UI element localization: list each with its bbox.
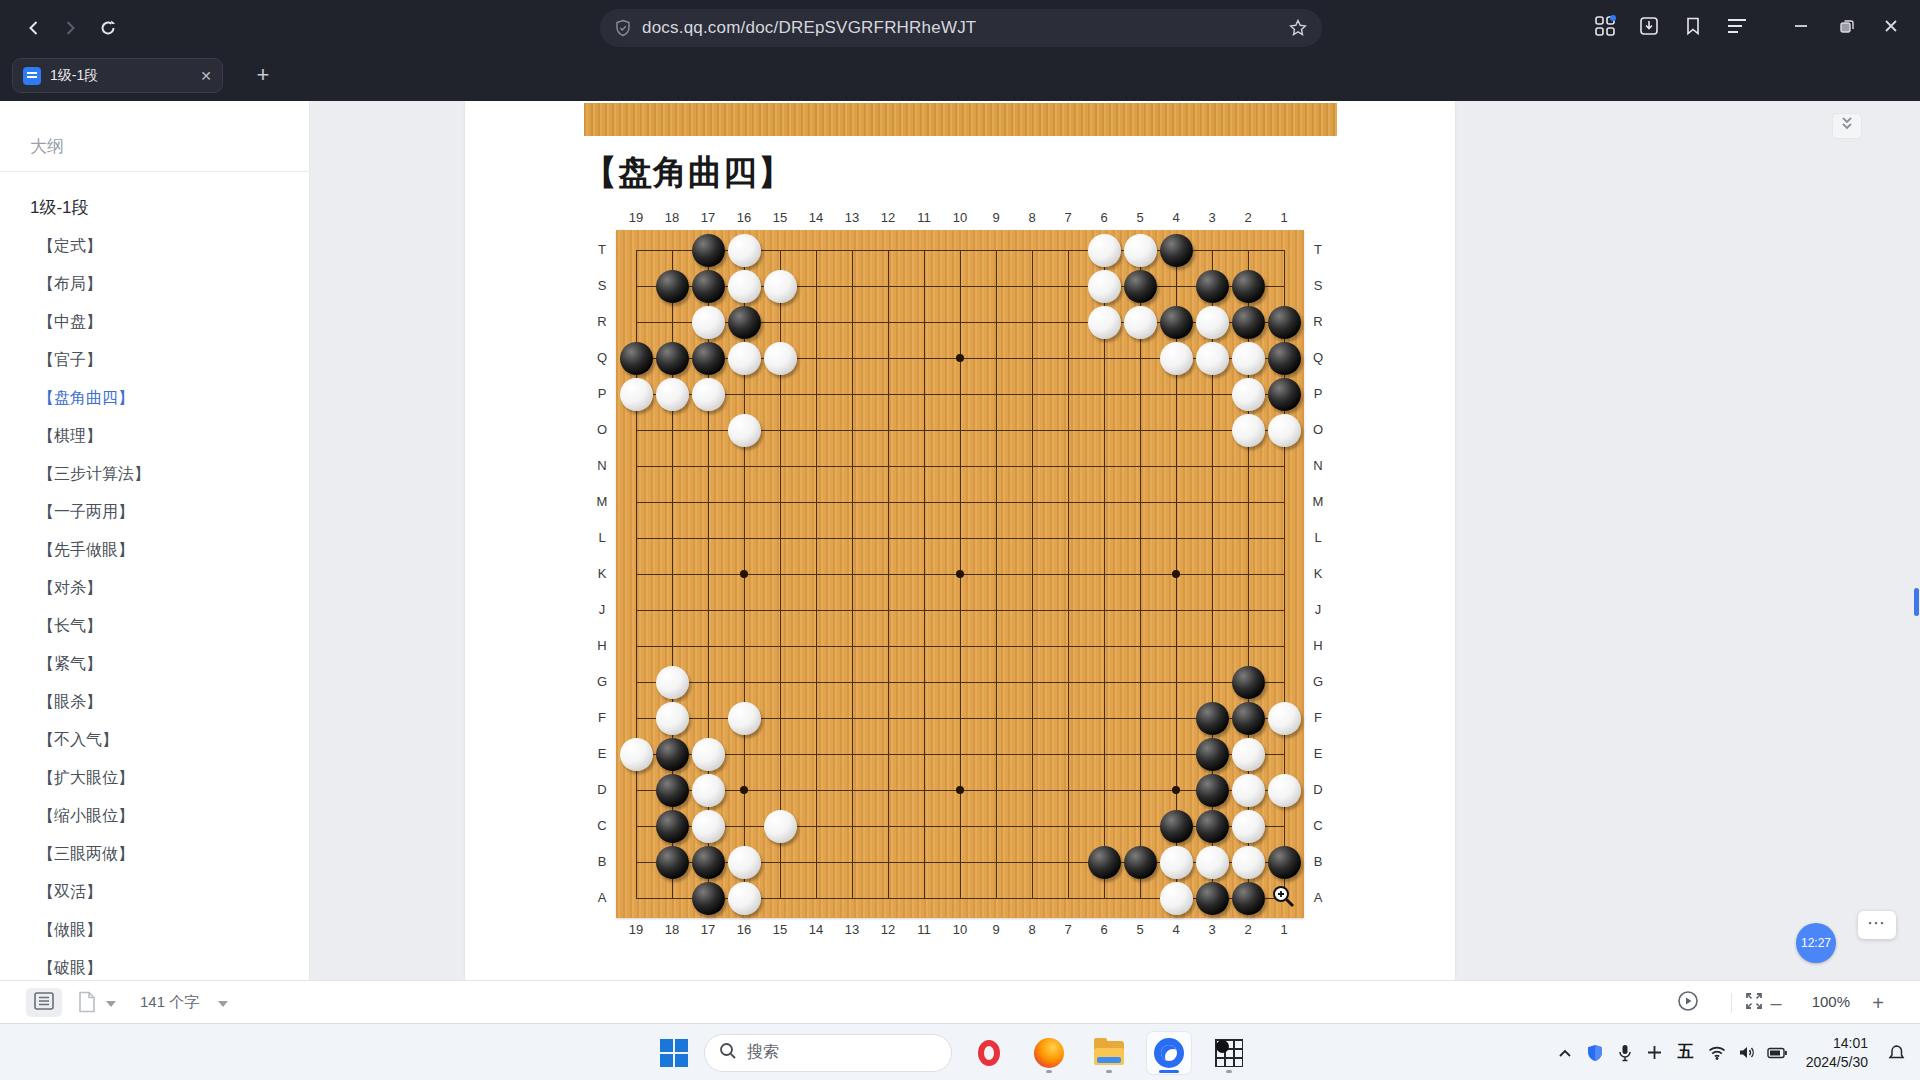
board-cell	[870, 556, 906, 592]
board-row-labels-right: TSRQPONMLKJHGFEDCBA	[1306, 232, 1330, 916]
board-cell	[1014, 268, 1050, 304]
board-cell	[618, 664, 654, 700]
clock-time: 14:01	[1806, 1034, 1868, 1052]
board-cell	[870, 808, 906, 844]
board-coordinate-label: 11	[906, 208, 942, 228]
board-cell	[1122, 484, 1158, 520]
board-cell	[1014, 880, 1050, 916]
tab-current[interactable]: 1级-1段 ✕	[12, 58, 223, 93]
active-app-indicator	[1159, 1070, 1179, 1073]
taskbar-app-firefox[interactable]	[1026, 1031, 1072, 1075]
board-coordinate-label: B	[590, 844, 614, 880]
black-stone	[1124, 846, 1157, 879]
board-cell	[1086, 304, 1122, 340]
taskbar-search[interactable]: 搜索	[704, 1034, 952, 1072]
white-stone	[1268, 414, 1301, 447]
board-cell	[726, 556, 762, 592]
board-coordinate-label: 4	[1158, 208, 1194, 228]
board-cell	[1158, 484, 1194, 520]
board-cell	[1158, 556, 1194, 592]
board-cell	[1194, 592, 1230, 628]
board-cell	[942, 592, 978, 628]
outline-item[interactable]: 【布局】	[0, 265, 310, 303]
board-cell	[1086, 556, 1122, 592]
board-coordinate-label: N	[590, 448, 614, 484]
board-cell	[762, 268, 798, 304]
board-cell	[870, 592, 906, 628]
address-bar[interactable]: docs.qq.com/doc/DREpSVGRFRHRheWJT	[600, 9, 1322, 47]
board-cell	[942, 844, 978, 880]
bookmarks-button[interactable]	[1676, 12, 1710, 44]
board-cell	[870, 844, 906, 880]
tab-title: 1级-1段	[50, 67, 194, 85]
star-point	[740, 570, 748, 578]
board-cell	[942, 484, 978, 520]
collaborator-avatar[interactable]: 12:27	[1796, 923, 1836, 963]
board-cell	[1050, 664, 1086, 700]
outline-item[interactable]: 【对杀】	[0, 569, 310, 607]
board-cell	[1230, 484, 1266, 520]
board-cell	[978, 556, 1014, 592]
close-button[interactable]	[1874, 12, 1908, 44]
white-stone	[656, 702, 689, 735]
board-cell	[1230, 808, 1266, 844]
board-cell	[1194, 700, 1230, 736]
board-cell	[1230, 268, 1266, 304]
board-column-labels-bottom: 19181716151413121110987654321	[618, 920, 1302, 940]
board-cell	[834, 628, 870, 664]
board-cell	[978, 700, 1014, 736]
black-stone	[1160, 234, 1193, 267]
outline-item[interactable]: 【做眼】	[0, 911, 310, 949]
board-cell	[654, 412, 690, 448]
board-cell	[1086, 268, 1122, 304]
board-coordinate-label: 14	[798, 920, 834, 940]
hidden-icons-button[interactable]	[1550, 1048, 1580, 1058]
taskbar-app-file-explorer[interactable]	[1086, 1031, 1132, 1075]
document-content-area: 【盘角曲四】 19181716151413121110987654321 TSR…	[310, 101, 1920, 980]
star-point	[956, 570, 964, 578]
board-cell	[978, 844, 1014, 880]
black-stone	[1124, 270, 1157, 303]
board-cell	[942, 412, 978, 448]
main-area: 大纲 1级-1段【定式】【布局】【中盘】【官子】【盘角曲四】【棋理】【三步计算法…	[0, 101, 1920, 980]
restore-button[interactable]	[1830, 12, 1864, 44]
page-view-button[interactable]	[78, 991, 96, 1017]
page-view-caret-icon[interactable]	[106, 1001, 116, 1007]
board-cell	[1050, 628, 1086, 664]
board-cell	[834, 304, 870, 340]
back-button[interactable]	[18, 12, 50, 44]
refresh-button[interactable]	[92, 12, 124, 44]
board-cell	[798, 772, 834, 808]
board-cell	[1266, 340, 1302, 376]
board-coordinate-label: 1	[1266, 208, 1302, 228]
board-cell	[1194, 304, 1230, 340]
word-count[interactable]: 141 个字	[140, 993, 199, 1012]
white-stone	[728, 846, 761, 879]
board-cell	[1122, 736, 1158, 772]
download-icon	[1638, 15, 1660, 41]
board-cell	[870, 880, 906, 916]
white-stone	[1268, 774, 1301, 807]
board-cell	[870, 268, 906, 304]
board-cell	[870, 376, 906, 412]
board-cell	[1194, 376, 1230, 412]
apps-grid-button[interactable]	[1588, 12, 1622, 44]
black-stone	[656, 810, 689, 843]
outline-item[interactable]: 1级-1段	[0, 189, 310, 227]
board-cell	[906, 664, 942, 700]
board-cell	[1194, 484, 1230, 520]
white-stone	[1232, 810, 1265, 843]
board-cell	[906, 376, 942, 412]
outline-item[interactable]: 【盘角曲四】	[0, 379, 310, 417]
board-cell	[1266, 772, 1302, 808]
board-cell	[618, 268, 654, 304]
star-point	[956, 354, 964, 362]
board-coordinate-label: 11	[906, 920, 942, 940]
board-cell	[978, 448, 1014, 484]
outline-divider	[0, 171, 310, 172]
white-stone	[620, 378, 653, 411]
outline-item[interactable]: 【三步计算法】	[0, 455, 310, 493]
board-cell	[906, 340, 942, 376]
board-cell	[798, 520, 834, 556]
restore-icon	[1839, 18, 1855, 38]
cross-device-icon[interactable]	[1640, 1045, 1670, 1060]
board-cell	[1158, 628, 1194, 664]
board-cell	[654, 340, 690, 376]
board-coordinate-label: A	[590, 880, 614, 916]
board-cell	[1014, 700, 1050, 736]
outline-item[interactable]: 【定式】	[0, 227, 310, 265]
outline-item[interactable]: 【先手做眼】	[0, 531, 310, 569]
running-indicator	[1046, 1070, 1052, 1073]
board-cell	[726, 736, 762, 772]
battery-icon[interactable]	[1762, 1047, 1792, 1059]
board-cell	[942, 772, 978, 808]
board-cell	[1050, 520, 1086, 556]
board-cell	[1230, 628, 1266, 664]
white-stone	[1232, 414, 1265, 447]
taskbar-center: 搜索	[660, 1024, 1252, 1080]
board-coordinate-label: 16	[726, 920, 762, 940]
board-cell	[726, 484, 762, 520]
board-coordinate-label: T	[590, 232, 614, 268]
collapse-panel-button[interactable]	[1832, 113, 1862, 139]
board-cell	[654, 268, 690, 304]
minimize-button[interactable]	[1784, 12, 1818, 44]
board-cell	[1014, 808, 1050, 844]
go-board-app-icon	[1215, 1039, 1243, 1067]
board-cell	[978, 520, 1014, 556]
board-cell	[798, 808, 834, 844]
board-column-labels-top: 19181716151413121110987654321	[618, 208, 1302, 228]
board-cell	[1194, 232, 1230, 268]
board-cell	[1014, 340, 1050, 376]
board-coordinate-label: M	[590, 484, 614, 520]
board-cell	[1014, 448, 1050, 484]
bookmark-star-icon[interactable]	[1288, 18, 1308, 38]
zoom-in-button[interactable]: +	[1864, 990, 1892, 1016]
board-coordinate-label: J	[590, 592, 614, 628]
apps-grid-icon	[1594, 15, 1616, 41]
start-button[interactable]	[660, 1038, 690, 1068]
outline-item[interactable]: 【中盘】	[0, 303, 310, 341]
forward-button[interactable]	[54, 12, 86, 44]
board-cell	[1230, 304, 1266, 340]
board-cell	[1266, 412, 1302, 448]
outline-item[interactable]: 【长气】	[0, 607, 310, 645]
board-cell	[1158, 700, 1194, 736]
board-cell	[618, 556, 654, 592]
black-stone	[728, 306, 761, 339]
board-cell	[978, 628, 1014, 664]
board-cell	[762, 844, 798, 880]
board-cell	[834, 772, 870, 808]
search-icon	[719, 1042, 737, 1064]
board-cell	[1230, 736, 1266, 772]
board-cell	[1122, 268, 1158, 304]
board-cell	[726, 772, 762, 808]
page-icon	[78, 999, 96, 1016]
notification-bell-button[interactable]	[1878, 1044, 1914, 1062]
black-stone	[692, 234, 725, 267]
board-cell	[690, 664, 726, 700]
board-cell	[1230, 340, 1266, 376]
board-cell	[906, 844, 942, 880]
taskbar-clock[interactable]: 14:01 2024/5/30	[1806, 1034, 1868, 1070]
board-cell	[762, 736, 798, 772]
board-cell	[1122, 304, 1158, 340]
zoom-out-button[interactable]: –	[1762, 990, 1790, 1016]
board-cell	[690, 304, 726, 340]
white-stone	[656, 378, 689, 411]
board-cell	[798, 844, 834, 880]
board-coordinate-label: 3	[1194, 920, 1230, 940]
board-cell	[618, 412, 654, 448]
board-cell	[618, 628, 654, 664]
more-options-button[interactable]: ⋯	[1858, 911, 1896, 939]
outline-item[interactable]: 【紧气】	[0, 645, 310, 683]
board-cell	[834, 340, 870, 376]
board-coordinate-label: 13	[834, 208, 870, 228]
board-coordinate-label: 4	[1158, 920, 1194, 940]
black-stone	[620, 342, 653, 375]
security-shield-icon[interactable]	[1580, 1044, 1610, 1062]
board-cell	[1194, 772, 1230, 808]
board-cell	[618, 232, 654, 268]
board-coordinate-label: A	[1306, 880, 1330, 916]
wifi-icon[interactable]	[1702, 1046, 1732, 1060]
outline-item[interactable]: 【缩小眼位】	[0, 797, 310, 835]
taskbar-app-opera[interactable]	[966, 1031, 1012, 1075]
board-cell	[978, 592, 1014, 628]
board-cell	[618, 376, 654, 412]
board-cell	[1050, 736, 1086, 772]
outline-item[interactable]: 【一子两用】	[0, 493, 310, 531]
board-cell	[1122, 520, 1158, 556]
board-cell	[1050, 232, 1086, 268]
board-cell	[798, 700, 834, 736]
board-coordinate-label: P	[1306, 376, 1330, 412]
board-cell	[1230, 700, 1266, 736]
board-cell	[1158, 520, 1194, 556]
board-cell	[1014, 376, 1050, 412]
windows-taskbar: 搜索 五 14:01 2024/5/30	[0, 1023, 1920, 1080]
white-stone	[692, 810, 725, 843]
present-button[interactable]	[1674, 990, 1702, 1016]
board-cell	[690, 592, 726, 628]
ime-indicator[interactable]: 五	[1670, 1042, 1702, 1063]
menu-button[interactable]	[1720, 12, 1754, 44]
board-cell	[834, 520, 870, 556]
black-stone	[656, 774, 689, 807]
board-cell	[942, 520, 978, 556]
board-cell	[1122, 376, 1158, 412]
speaker-icon[interactable]	[1732, 1045, 1762, 1060]
black-stone	[1232, 702, 1265, 735]
white-stone	[692, 378, 725, 411]
board-cell	[978, 736, 1014, 772]
black-stone	[656, 738, 689, 771]
board-cell	[762, 880, 798, 916]
board-cell	[654, 376, 690, 412]
board-cell	[1158, 880, 1194, 916]
board-cell	[762, 376, 798, 412]
download-button[interactable]	[1632, 12, 1666, 44]
white-stone	[728, 882, 761, 915]
board-cell	[978, 304, 1014, 340]
scrollbar-thumb[interactable]	[1914, 588, 1919, 616]
board-cell	[690, 448, 726, 484]
outline-item[interactable]: 【双活】	[0, 873, 310, 911]
board-cell	[1194, 844, 1230, 880]
board-cell	[834, 664, 870, 700]
board-cell	[1158, 736, 1194, 772]
black-stone	[656, 270, 689, 303]
board-cell	[1050, 808, 1086, 844]
board-cell	[762, 772, 798, 808]
board-cell	[798, 736, 834, 772]
board-cell	[762, 664, 798, 700]
board-coordinate-label: 17	[690, 208, 726, 228]
board-cell	[1194, 808, 1230, 844]
board-cell	[1086, 772, 1122, 808]
outline-item[interactable]: 【三眼两做】	[0, 835, 310, 873]
black-stone	[1268, 306, 1301, 339]
board-cell	[906, 412, 942, 448]
tab-close-icon[interactable]: ✕	[200, 68, 212, 84]
taskbar-app-go-game[interactable]	[1206, 1031, 1252, 1075]
board-cell	[1230, 448, 1266, 484]
board-coordinate-label: C	[590, 808, 614, 844]
board-cell	[942, 736, 978, 772]
outline-item[interactable]: 【扩大眼位】	[0, 759, 310, 797]
board-cell	[1014, 412, 1050, 448]
black-stone	[692, 882, 725, 915]
board-cell	[1086, 808, 1122, 844]
qq-browser-icon	[1154, 1038, 1184, 1068]
play-icon	[1677, 990, 1699, 1016]
board-coordinate-label: H	[590, 628, 614, 664]
board-cell	[654, 484, 690, 520]
board-cell	[1122, 664, 1158, 700]
black-stone	[692, 342, 725, 375]
board-cell	[1086, 412, 1122, 448]
board-cell	[1194, 268, 1230, 304]
outline-item[interactable]: 【官子】	[0, 341, 310, 379]
board-cell	[942, 376, 978, 412]
outline-toggle-button[interactable]	[26, 988, 62, 1017]
board-cell	[1194, 736, 1230, 772]
outline-item[interactable]: 【不入气】	[0, 721, 310, 759]
outline-item[interactable]: 【棋理】	[0, 417, 310, 455]
white-stone	[1160, 846, 1193, 879]
white-stone	[764, 270, 797, 303]
board-cell	[870, 484, 906, 520]
board-coordinate-label: 8	[1014, 208, 1050, 228]
board-coordinate-label: 10	[942, 920, 978, 940]
clock-date: 2024/5/30	[1806, 1053, 1868, 1071]
white-stone	[1232, 774, 1265, 807]
board-cell	[1266, 448, 1302, 484]
star-point	[1172, 570, 1180, 578]
board-cell	[906, 700, 942, 736]
board-cell	[1230, 772, 1266, 808]
board-cell	[1230, 376, 1266, 412]
board-cell	[690, 268, 726, 304]
board-cell	[978, 664, 1014, 700]
board-cell	[1086, 592, 1122, 628]
microphone-icon[interactable]	[1610, 1044, 1640, 1062]
taskbar-app-qq-browser[interactable]	[1146, 1031, 1192, 1075]
go-board	[616, 230, 1304, 918]
board-cell	[978, 484, 1014, 520]
board-cell	[1050, 376, 1086, 412]
board-cell	[618, 304, 654, 340]
new-tab-button[interactable]: +	[248, 60, 278, 90]
zoom-level[interactable]: 100%	[1812, 993, 1850, 1010]
page-title: 【盘角曲四】	[583, 150, 1455, 196]
board-cell	[1266, 700, 1302, 736]
board-cell	[798, 592, 834, 628]
board-cell	[1014, 556, 1050, 592]
board-cell	[870, 232, 906, 268]
go-board-figure[interactable]: 19181716151413121110987654321 TSRQPONMLK…	[590, 208, 1330, 940]
fullscreen-icon	[1744, 991, 1764, 1015]
board-cell	[762, 556, 798, 592]
board-cell	[834, 880, 870, 916]
outline-item[interactable]: 【眼杀】	[0, 683, 310, 721]
board-cell	[618, 736, 654, 772]
url-text[interactable]: docs.qq.com/doc/DREpSVGRFRHRheWJT	[642, 18, 1288, 38]
word-count-caret-icon[interactable]	[218, 1001, 228, 1007]
board-cell	[1050, 772, 1086, 808]
board-cell	[1014, 520, 1050, 556]
board-cell	[906, 556, 942, 592]
white-stone	[1232, 846, 1265, 879]
board-cell	[762, 592, 798, 628]
menu-icon	[1726, 17, 1748, 39]
board-cell	[1158, 340, 1194, 376]
board-cell	[834, 376, 870, 412]
white-stone	[656, 666, 689, 699]
board-cell	[834, 736, 870, 772]
board-cell	[726, 808, 762, 844]
doc-bottom-toolbar: 141 个字 – 100% +	[0, 980, 1920, 1023]
